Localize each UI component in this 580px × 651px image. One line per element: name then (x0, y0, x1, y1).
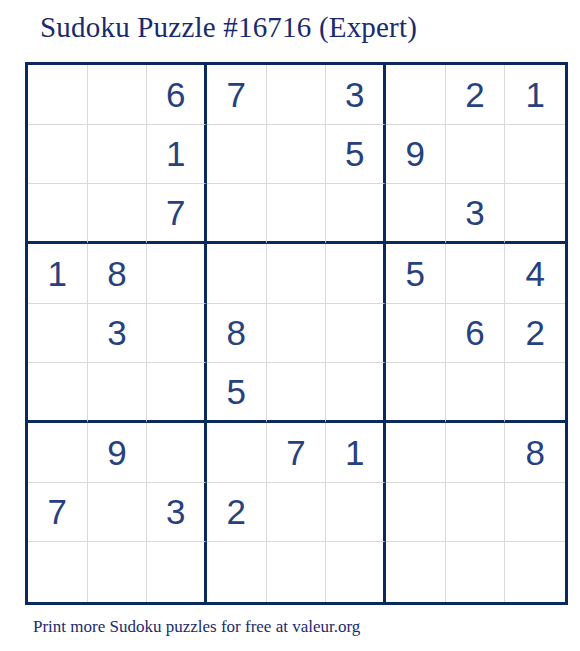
cell-r7c4[interactable] (207, 423, 267, 483)
cell-r8c5[interactable] (267, 483, 327, 543)
cell-r6c1[interactable] (28, 363, 88, 423)
cell-r5c1[interactable] (28, 304, 88, 364)
cell-r8c2[interactable] (88, 483, 148, 543)
cell-r8c6[interactable] (326, 483, 386, 543)
cell-r2c3[interactable]: 1 (147, 125, 207, 185)
cell-r5c3[interactable] (147, 304, 207, 364)
cell-r1c3[interactable]: 6 (147, 65, 207, 125)
cell-r2c7[interactable]: 9 (386, 125, 446, 185)
cell-r5c4[interactable]: 8 (207, 304, 267, 364)
cell-r7c9[interactable]: 8 (505, 423, 565, 483)
cell-r1c7[interactable] (386, 65, 446, 125)
cell-r8c3[interactable]: 3 (147, 483, 207, 543)
page-title: Sudoku Puzzle #16716 (Expert) (40, 11, 417, 44)
cell-r4c4[interactable] (207, 244, 267, 304)
cell-r6c3[interactable] (147, 363, 207, 423)
cell-r8c1[interactable]: 7 (28, 483, 88, 543)
cell-r6c7[interactable] (386, 363, 446, 423)
cell-r9c8[interactable] (446, 542, 506, 602)
cell-r5c5[interactable] (267, 304, 327, 364)
cell-r2c5[interactable] (267, 125, 327, 185)
cell-r5c8[interactable]: 6 (446, 304, 506, 364)
cell-r3c1[interactable] (28, 184, 88, 244)
cell-r6c9[interactable] (505, 363, 565, 423)
cell-r5c6[interactable] (326, 304, 386, 364)
footer-note: Print more Sudoku puzzles for free at va… (33, 617, 360, 637)
cell-r8c8[interactable] (446, 483, 506, 543)
sudoku-board: 67321159731854386259718732 (25, 62, 568, 605)
cell-r6c5[interactable] (267, 363, 327, 423)
cell-r9c3[interactable] (147, 542, 207, 602)
cell-r3c8[interactable]: 3 (446, 184, 506, 244)
cell-r7c7[interactable] (386, 423, 446, 483)
cell-r7c8[interactable] (446, 423, 506, 483)
cell-r7c1[interactable] (28, 423, 88, 483)
cell-r2c1[interactable] (28, 125, 88, 185)
cell-r8c4[interactable]: 2 (207, 483, 267, 543)
cell-r6c2[interactable] (88, 363, 148, 423)
cell-r4c8[interactable] (446, 244, 506, 304)
cell-r8c9[interactable] (505, 483, 565, 543)
cell-r1c5[interactable] (267, 65, 327, 125)
cell-r3c4[interactable] (207, 184, 267, 244)
cell-r3c2[interactable] (88, 184, 148, 244)
cell-r9c5[interactable] (267, 542, 327, 602)
cell-r2c8[interactable] (446, 125, 506, 185)
cell-r6c6[interactable] (326, 363, 386, 423)
cell-r1c2[interactable] (88, 65, 148, 125)
cell-r5c2[interactable]: 3 (88, 304, 148, 364)
cell-r9c9[interactable] (505, 542, 565, 602)
cell-r1c9[interactable]: 1 (505, 65, 565, 125)
cell-r7c5[interactable]: 7 (267, 423, 327, 483)
cell-r9c4[interactable] (207, 542, 267, 602)
cell-r6c8[interactable] (446, 363, 506, 423)
cell-r9c1[interactable] (28, 542, 88, 602)
cell-r4c1[interactable]: 1 (28, 244, 88, 304)
cell-r2c6[interactable]: 5 (326, 125, 386, 185)
cell-r4c5[interactable] (267, 244, 327, 304)
cell-r4c3[interactable] (147, 244, 207, 304)
cell-r1c1[interactable] (28, 65, 88, 125)
cell-r5c7[interactable] (386, 304, 446, 364)
cell-r9c6[interactable] (326, 542, 386, 602)
cell-r4c6[interactable] (326, 244, 386, 304)
cell-r1c8[interactable]: 2 (446, 65, 506, 125)
cell-r2c4[interactable] (207, 125, 267, 185)
cell-r4c9[interactable]: 4 (505, 244, 565, 304)
cell-r2c2[interactable] (88, 125, 148, 185)
cell-r7c3[interactable] (147, 423, 207, 483)
cell-r9c2[interactable] (88, 542, 148, 602)
cell-r2c9[interactable] (505, 125, 565, 185)
cell-r3c3[interactable]: 7 (147, 184, 207, 244)
cell-r5c9[interactable]: 2 (505, 304, 565, 364)
cell-r3c5[interactable] (267, 184, 327, 244)
cell-r4c2[interactable]: 8 (88, 244, 148, 304)
cell-r7c2[interactable]: 9 (88, 423, 148, 483)
cell-r8c7[interactable] (386, 483, 446, 543)
cell-r4c7[interactable]: 5 (386, 244, 446, 304)
cell-r9c7[interactable] (386, 542, 446, 602)
cell-r3c6[interactable] (326, 184, 386, 244)
cell-r6c4[interactable]: 5 (207, 363, 267, 423)
cell-r1c4[interactable]: 7 (207, 65, 267, 125)
cell-r7c6[interactable]: 1 (326, 423, 386, 483)
cell-r3c7[interactable] (386, 184, 446, 244)
cell-r1c6[interactable]: 3 (326, 65, 386, 125)
cell-r3c9[interactable] (505, 184, 565, 244)
